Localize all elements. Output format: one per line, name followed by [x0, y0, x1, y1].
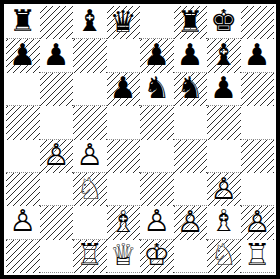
square-f3[interactable] [174, 173, 208, 206]
square-a5[interactable] [6, 106, 40, 139]
piece-white-king: ♔ [143, 240, 170, 270]
square-b4[interactable]: ♙ [40, 140, 74, 173]
square-g1[interactable]: ♘ [207, 240, 241, 273]
square-c8[interactable]: ♝ [73, 6, 107, 39]
square-h1[interactable]: ♖ [241, 240, 275, 273]
piece-white-bishop: ♗ [110, 207, 137, 237]
piece-white-rook: ♖ [76, 240, 103, 270]
square-c2[interactable] [73, 206, 107, 239]
piece-black-bishop: ♝ [76, 6, 103, 36]
square-h3[interactable] [241, 173, 275, 206]
square-e3[interactable] [140, 173, 174, 206]
piece-black-pawn: ♟ [143, 40, 170, 70]
square-f5[interactable] [174, 106, 208, 139]
square-b2[interactable] [40, 206, 74, 239]
square-e2[interactable]: ♙ [140, 206, 174, 239]
square-g5[interactable] [207, 106, 241, 139]
square-e1[interactable]: ♔ [140, 240, 174, 273]
piece-white-pawn: ♙ [43, 140, 70, 170]
piece-white-knight: ♘ [210, 240, 237, 270]
square-g4[interactable] [207, 140, 241, 173]
piece-black-pawn: ♟ [110, 73, 137, 103]
square-d6[interactable]: ♟ [107, 73, 141, 106]
square-f6[interactable]: ♞ [174, 73, 208, 106]
square-d1[interactable]: ♕ [107, 240, 141, 273]
square-f1[interactable] [174, 240, 208, 273]
square-g2[interactable]: ♗ [207, 206, 241, 239]
piece-white-knight: ♘ [76, 174, 103, 204]
square-f7[interactable]: ♟ [174, 39, 208, 72]
square-g3[interactable]: ♙ [207, 173, 241, 206]
square-d3[interactable] [107, 173, 141, 206]
square-a8[interactable]: ♜ [6, 6, 40, 39]
square-d4[interactable] [107, 140, 141, 173]
square-b1[interactable] [40, 240, 74, 273]
square-f4[interactable] [174, 140, 208, 173]
square-h7[interactable]: ♟ [241, 39, 275, 72]
square-c1[interactable]: ♖ [73, 240, 107, 273]
square-b3[interactable] [40, 173, 74, 206]
board-frame: ♜♝♛♜♚♟♟♟♟♝♟♟♞♞♟♙♙♘♙♙♗♙♙♗♙♖♕♔♘♖ [0, 0, 280, 279]
piece-black-pawn: ♟ [177, 40, 204, 70]
piece-black-pawn: ♟ [43, 40, 70, 70]
square-g7[interactable]: ♝ [207, 39, 241, 72]
piece-black-rook: ♜ [177, 7, 204, 37]
piece-white-queen: ♕ [110, 240, 137, 270]
square-e8[interactable] [140, 6, 174, 39]
piece-black-knight: ♞ [143, 73, 170, 103]
square-h8[interactable] [241, 6, 275, 39]
square-d7[interactable] [107, 39, 141, 72]
square-h2[interactable]: ♙ [241, 206, 275, 239]
square-e5[interactable] [140, 106, 174, 139]
piece-white-pawn: ♙ [76, 140, 103, 170]
piece-white-pawn: ♙ [244, 207, 271, 237]
square-b5[interactable] [40, 106, 74, 139]
piece-black-bishop: ♝ [210, 40, 237, 70]
square-h5[interactable] [241, 106, 275, 139]
piece-black-pawn: ♟ [210, 73, 237, 103]
square-c5[interactable] [73, 106, 107, 139]
square-a6[interactable] [6, 73, 40, 106]
square-e4[interactable] [140, 140, 174, 173]
square-d2[interactable]: ♗ [107, 206, 141, 239]
square-d8[interactable]: ♛ [107, 6, 141, 39]
piece-black-pawn: ♟ [9, 40, 36, 70]
piece-white-rook: ♖ [244, 240, 271, 270]
square-b7[interactable]: ♟ [40, 39, 74, 72]
square-a3[interactable] [6, 173, 40, 206]
piece-white-pawn: ♙ [210, 174, 237, 204]
square-a1[interactable] [6, 240, 40, 273]
square-a7[interactable]: ♟ [6, 39, 40, 72]
square-h4[interactable] [241, 140, 275, 173]
square-b6[interactable] [40, 73, 74, 106]
square-d5[interactable] [107, 106, 141, 139]
square-c6[interactable] [73, 73, 107, 106]
square-f8[interactable]: ♜ [174, 6, 208, 39]
piece-black-queen: ♛ [110, 7, 137, 37]
square-f2[interactable]: ♙ [174, 206, 208, 239]
square-b8[interactable] [40, 6, 74, 39]
chess-diagram: ♜♝♛♜♚♟♟♟♟♝♟♟♞♞♟♙♙♘♙♙♗♙♙♗♙♖♕♔♘♖ [0, 0, 280, 279]
square-e7[interactable]: ♟ [140, 39, 174, 72]
square-c7[interactable] [73, 39, 107, 72]
piece-black-pawn: ♟ [244, 40, 271, 70]
square-g6[interactable]: ♟ [207, 73, 241, 106]
square-h6[interactable] [241, 73, 275, 106]
square-e6[interactable]: ♞ [140, 73, 174, 106]
piece-white-pawn: ♙ [9, 206, 36, 236]
piece-black-king: ♚ [210, 6, 237, 36]
square-g8[interactable]: ♚ [207, 6, 241, 39]
piece-white-pawn: ♙ [143, 206, 170, 236]
square-c3[interactable]: ♘ [73, 173, 107, 206]
square-a2[interactable]: ♙ [6, 206, 40, 239]
piece-white-bishop: ♗ [210, 206, 237, 236]
square-c4[interactable]: ♙ [73, 140, 107, 173]
square-a4[interactable] [6, 140, 40, 173]
piece-white-pawn: ♙ [177, 207, 204, 237]
chess-board: ♜♝♛♜♚♟♟♟♟♝♟♟♞♞♟♙♙♘♙♙♗♙♙♗♙♖♕♔♘♖ [6, 6, 274, 273]
piece-black-knight: ♞ [177, 73, 204, 103]
piece-black-rook: ♜ [9, 6, 36, 36]
